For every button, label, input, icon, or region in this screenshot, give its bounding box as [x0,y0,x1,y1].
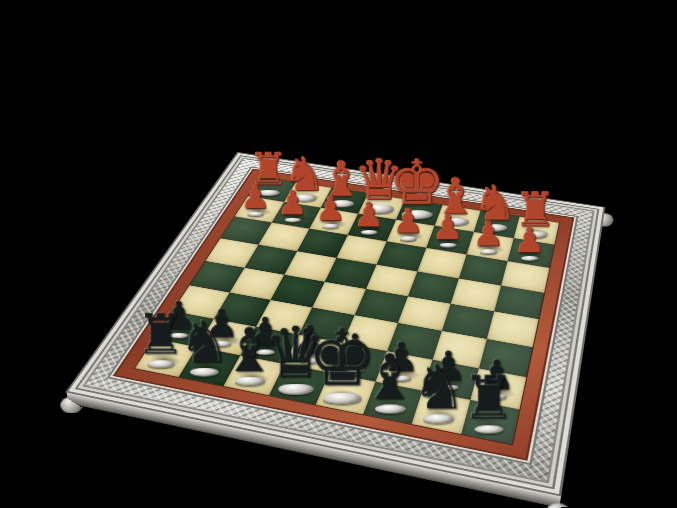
piece-silver-base [401,210,432,219]
piece-glyph: ♝ [419,173,493,220]
piece-red-bishop: ♝ [305,156,377,207]
piece-red-pawn: ♟ [293,193,367,228]
piece-red-rook: ♜ [233,149,304,196]
board-stage: ♜♞♝♛♚♝♞♜♟♟♟♟♟♟♟♟♟♟♟♟♟♟♟♟♜♞♝♛♚♝♞♜ [0,0,677,508]
square-c8: ♝ [321,188,368,214]
piece-red-rook: ♜ [497,188,572,238]
piece-shadow [243,205,273,217]
piece-shadow [474,242,505,255]
square-b6 [259,223,310,251]
piece-shadow [356,223,387,235]
square-h6 [501,261,549,293]
piece-glyph: ♞ [458,180,532,226]
piece-red-knight: ♞ [269,152,340,201]
piece-silver-base [521,256,538,261]
piece-shadow [395,229,426,242]
square-c5 [284,251,336,282]
square-d8: ♛ [358,193,405,219]
piece-shadow [434,235,465,248]
piece-red-pawn: ♟ [450,218,527,254]
piece-red-pawn: ♟ [370,205,445,241]
piece-glyph: ♛ [342,154,414,207]
square-g4 [442,304,494,339]
piece-silver-base [439,242,456,247]
piece-silver-base [284,217,301,222]
piece-shadow [256,185,286,196]
piece-red-pawn: ♟ [491,224,568,261]
piece-dark-rook: ♜ [441,371,535,434]
board-frame: ♜♞♝♛♚♝♞♜♟♟♟♟♟♟♟♟♟♟♟♟♟♟♟♟♜♞♝♛♚♝♞♜ [65,152,605,496]
piece-silver-base [483,224,507,231]
square-h7: ♟ [508,238,555,268]
piece-shadow [292,191,322,202]
piece-shadow [280,211,310,223]
square-b5 [245,245,298,275]
piece-shadow [366,202,396,214]
piece-glyph: ♟ [410,211,486,243]
piece-glyph: ♟ [491,224,568,257]
piece-shadow [521,226,551,239]
piece-glyph: ♜ [233,149,304,191]
piece-glyph: ♝ [305,156,377,202]
piece-silver-base [360,230,377,235]
piece-shadow [318,217,349,229]
piece-red-bishop: ♝ [419,173,493,226]
square-e8: ♚ [396,199,442,226]
piece-glyph: ♟ [331,199,406,231]
piece-silver-base [247,211,263,216]
piece-glyph: ♟ [219,181,292,212]
piece-shadow [442,214,472,226]
square-b8: ♞ [284,182,332,207]
square-a8: ♜ [248,177,296,202]
piece-glyph: ♟ [450,218,527,251]
piece-red-king: ♚ [380,153,453,219]
piece-silver-base [523,231,546,238]
square-f5 [408,271,459,303]
piece-red-pawn: ♟ [410,211,486,247]
piece-shadow [481,220,511,232]
piece-red-knight: ♞ [458,180,532,231]
piece-red-pawn: ♟ [331,199,406,235]
square-a5 [205,238,258,268]
square-e6 [377,241,427,271]
square-b7: ♟ [272,202,321,229]
square-f7: ♟ [426,226,474,255]
frame-foot-east [596,213,614,226]
square-d4 [312,282,366,315]
square-c6 [297,229,347,258]
square-f6 [417,248,466,278]
piece-glyph: ♟ [370,205,445,237]
square-a6 [220,217,271,245]
photo-background: ♜♞♝♛♚♝♞♜♟♟♟♟♟♟♟♟♟♟♟♟♟♟♟♟♜♞♝♛♚♝♞♜ [0,0,677,508]
piece-silver-base [257,189,279,196]
square-g8: ♞ [474,211,520,239]
piece-red-pawn: ♟ [256,187,329,222]
piece-glyph: ♞ [269,152,340,196]
square-d7: ♟ [348,214,396,242]
square-a7: ♟ [235,196,285,222]
piece-silver-base [480,249,497,254]
piece-shadow [329,196,359,208]
piece-silver-base [443,218,468,225]
square-c7: ♟ [309,208,358,235]
piece-glyph: ♟ [293,193,367,225]
piece-glyph: ♟ [256,187,329,218]
piece-red-queen: ♛ [342,154,414,214]
frame-side-right [557,207,604,508]
square-d6 [337,235,387,264]
square-g7: ♟ [467,232,514,261]
square-f8: ♝ [435,205,481,232]
square-d5 [325,258,377,289]
piece-red-pawn: ♟ [219,181,292,216]
piece-silver-base [399,236,416,241]
piece-silver-base [293,195,316,202]
square-e7: ♟ [387,220,435,248]
piece-glyph: ♜ [497,188,572,232]
piece-shadow [515,248,546,261]
square-a4 [189,261,244,293]
board-grid: ♜♞♝♛♚♝♞♜♟♟♟♟♟♟♟♟♟♟♟♟♟♟♟♟♜♞♝♛♚♝♞♜ [135,177,559,444]
piece-silver-base [322,223,339,228]
piece-glyph: ♚ [380,153,453,212]
square-g6 [459,254,508,285]
piece-silver-base [329,200,353,207]
piece-silver-base [365,205,393,213]
piece-glyph: ♜ [441,371,535,427]
piece-shadow [404,208,434,220]
square-h8: ♜ [514,217,559,245]
